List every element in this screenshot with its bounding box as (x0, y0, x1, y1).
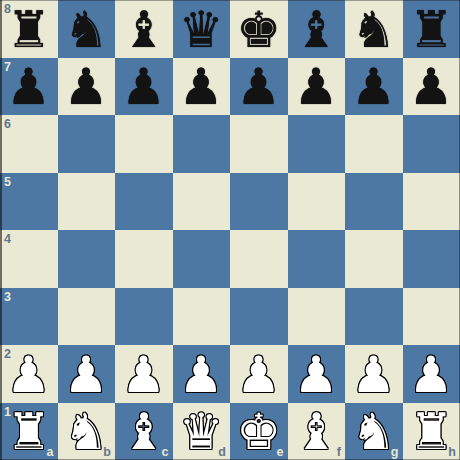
piece-white-pawn[interactable]: ♟ (294, 350, 339, 400)
square-d7[interactable]: ♟ (173, 58, 231, 116)
square-g7[interactable]: ♟ (345, 58, 403, 116)
square-h7[interactable]: ♟ (403, 58, 460, 116)
square-c7[interactable]: ♟ (115, 58, 173, 116)
square-d2[interactable]: ♟ (173, 345, 231, 403)
piece-white-pawn[interactable]: ♟ (351, 350, 396, 400)
square-c8[interactable]: ♝ (115, 0, 173, 58)
square-b5[interactable] (58, 173, 116, 231)
square-d3[interactable] (173, 288, 231, 346)
square-b7[interactable]: ♟ (58, 58, 116, 116)
piece-white-pawn[interactable]: ♟ (6, 350, 51, 400)
piece-black-pawn[interactable]: ♟ (236, 62, 281, 112)
piece-white-pawn[interactable]: ♟ (64, 350, 109, 400)
piece-white-pawn[interactable]: ♟ (179, 350, 224, 400)
rank-coordinate: 5 (4, 176, 11, 189)
square-h8[interactable]: ♜ (403, 0, 460, 58)
square-b8[interactable]: ♞ (58, 0, 116, 58)
square-a1[interactable]: 1a♜ (0, 403, 58, 460)
square-g4[interactable] (345, 230, 403, 288)
square-g1[interactable]: g♞ (345, 403, 403, 460)
rank-coordinate: 4 (4, 233, 11, 246)
chess-board: 8♜♞♝♛♚♝♞♜7♟♟♟♟♟♟♟♟65432♟♟♟♟♟♟♟♟1a♜b♞c♝d♛… (0, 0, 460, 460)
square-g8[interactable]: ♞ (345, 0, 403, 58)
piece-white-knight[interactable]: ♞ (64, 407, 109, 457)
square-c4[interactable] (115, 230, 173, 288)
rank-coordinate: 6 (4, 118, 11, 131)
square-a3[interactable]: 3 (0, 288, 58, 346)
piece-black-pawn[interactable]: ♟ (294, 62, 339, 112)
piece-black-pawn[interactable]: ♟ (121, 62, 166, 112)
piece-white-pawn[interactable]: ♟ (236, 350, 281, 400)
square-c1[interactable]: c♝ (115, 403, 173, 460)
square-e4[interactable] (230, 230, 288, 288)
square-c6[interactable] (115, 115, 173, 173)
piece-black-bishop[interactable]: ♝ (294, 5, 339, 55)
piece-black-rook[interactable]: ♜ (409, 5, 454, 55)
square-e1[interactable]: e♚ (230, 403, 288, 460)
piece-white-queen[interactable]: ♛ (179, 407, 224, 457)
square-h4[interactable] (403, 230, 460, 288)
square-d4[interactable] (173, 230, 231, 288)
piece-black-knight[interactable]: ♞ (351, 5, 396, 55)
piece-black-queen[interactable]: ♛ (179, 5, 224, 55)
square-d8[interactable]: ♛ (173, 0, 231, 58)
piece-white-knight[interactable]: ♞ (351, 407, 396, 457)
square-e6[interactable] (230, 115, 288, 173)
square-a2[interactable]: 2♟ (0, 345, 58, 403)
piece-black-pawn[interactable]: ♟ (179, 62, 224, 112)
square-e7[interactable]: ♟ (230, 58, 288, 116)
piece-black-bishop[interactable]: ♝ (121, 5, 166, 55)
square-b6[interactable] (58, 115, 116, 173)
square-d1[interactable]: d♛ (173, 403, 231, 460)
square-f2[interactable]: ♟ (288, 345, 346, 403)
square-f8[interactable]: ♝ (288, 0, 346, 58)
piece-black-pawn[interactable]: ♟ (6, 62, 51, 112)
square-a4[interactable]: 4 (0, 230, 58, 288)
piece-black-pawn[interactable]: ♟ (64, 62, 109, 112)
piece-black-pawn[interactable]: ♟ (409, 62, 454, 112)
square-h3[interactable] (403, 288, 460, 346)
square-g6[interactable] (345, 115, 403, 173)
piece-black-rook[interactable]: ♜ (6, 5, 51, 55)
piece-white-pawn[interactable]: ♟ (409, 350, 454, 400)
piece-black-knight[interactable]: ♞ (64, 5, 109, 55)
square-h2[interactable]: ♟ (403, 345, 460, 403)
square-h5[interactable] (403, 173, 460, 231)
square-d5[interactable] (173, 173, 231, 231)
square-c5[interactable] (115, 173, 173, 231)
square-h1[interactable]: h♜ (403, 403, 460, 460)
square-c3[interactable] (115, 288, 173, 346)
square-d6[interactable] (173, 115, 231, 173)
piece-white-bishop[interactable]: ♝ (294, 407, 339, 457)
piece-black-king[interactable]: ♚ (236, 5, 281, 55)
square-f3[interactable] (288, 288, 346, 346)
piece-white-rook[interactable]: ♜ (409, 407, 454, 457)
piece-white-rook[interactable]: ♜ (6, 407, 51, 457)
square-b1[interactable]: b♞ (58, 403, 116, 460)
square-h6[interactable] (403, 115, 460, 173)
square-c2[interactable]: ♟ (115, 345, 173, 403)
square-b2[interactable]: ♟ (58, 345, 116, 403)
square-f5[interactable] (288, 173, 346, 231)
square-a8[interactable]: 8♜ (0, 0, 58, 58)
square-g2[interactable]: ♟ (345, 345, 403, 403)
square-a6[interactable]: 6 (0, 115, 58, 173)
piece-white-king[interactable]: ♚ (236, 407, 281, 457)
square-f6[interactable] (288, 115, 346, 173)
square-e2[interactable]: ♟ (230, 345, 288, 403)
square-a5[interactable]: 5 (0, 173, 58, 231)
square-f4[interactable] (288, 230, 346, 288)
square-e3[interactable] (230, 288, 288, 346)
piece-white-pawn[interactable]: ♟ (121, 350, 166, 400)
piece-black-pawn[interactable]: ♟ (351, 62, 396, 112)
square-a7[interactable]: 7♟ (0, 58, 58, 116)
square-b3[interactable] (58, 288, 116, 346)
square-g5[interactable] (345, 173, 403, 231)
square-e8[interactable]: ♚ (230, 0, 288, 58)
square-g3[interactable] (345, 288, 403, 346)
square-f7[interactable]: ♟ (288, 58, 346, 116)
piece-white-bishop[interactable]: ♝ (121, 407, 166, 457)
square-b4[interactable] (58, 230, 116, 288)
square-f1[interactable]: f♝ (288, 403, 346, 460)
square-e5[interactable] (230, 173, 288, 231)
rank-coordinate: 3 (4, 291, 11, 304)
